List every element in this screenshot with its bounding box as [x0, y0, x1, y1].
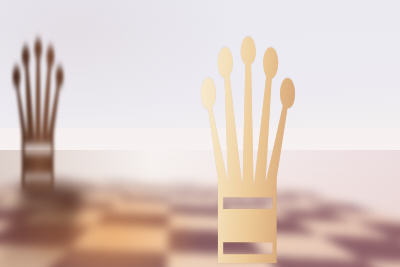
chess-photo-scene: ♛ ♛	[0, 0, 400, 267]
white-queen-icon: ♛	[185, 1, 310, 267]
black-queen-icon: ♛	[4, 16, 72, 230]
black-queen: ♛	[0, 0, 120, 230]
white-queen: ♛	[146, 0, 350, 267]
